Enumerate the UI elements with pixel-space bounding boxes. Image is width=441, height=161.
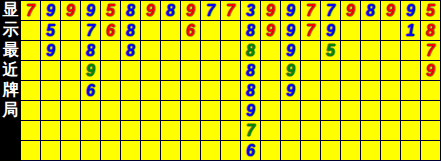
board-cell — [61, 41, 81, 61]
cell-digit: 9 — [286, 22, 295, 40]
board-cell — [421, 81, 441, 101]
board-cell — [341, 41, 361, 61]
board-cell — [261, 41, 281, 61]
cell-digit: 9 — [86, 2, 95, 20]
board-cell — [281, 141, 301, 161]
board-cell — [161, 21, 181, 41]
board-cell: 9 — [41, 41, 61, 61]
board-cell — [121, 81, 141, 101]
cell-digit: 6 — [86, 82, 95, 100]
board-cell: 9 — [281, 61, 301, 81]
board-cell — [261, 141, 281, 161]
history-grid: 7999589897739977989955768689979189888957… — [21, 0, 441, 161]
board-cell — [121, 141, 141, 161]
board-cell: 9 — [281, 21, 301, 41]
cell-digit: 7 — [326, 2, 335, 20]
cell-digit: 9 — [66, 2, 75, 20]
board-cell — [221, 141, 241, 161]
board-cell: 8 — [241, 21, 261, 41]
board-cell — [401, 121, 421, 141]
board-cell — [201, 61, 221, 81]
cell-digit: 9 — [86, 62, 95, 80]
board-cell — [161, 81, 181, 101]
board-cell — [201, 81, 221, 101]
board-cell — [301, 121, 321, 141]
board-cell: 6 — [241, 141, 261, 161]
cell-digit: 5 — [426, 2, 435, 20]
board-cell — [181, 141, 201, 161]
board-cell — [41, 81, 61, 101]
board-cell: 7 — [421, 41, 441, 61]
board-cell: 9 — [281, 81, 301, 101]
board-cell — [341, 61, 361, 81]
cell-digit: 7 — [306, 2, 315, 20]
board-cell — [21, 121, 41, 141]
board-cell — [301, 61, 321, 81]
board-cell — [181, 101, 201, 121]
board-cell: 9 — [341, 1, 361, 21]
board-cell — [181, 61, 201, 81]
cell-digit: 9 — [386, 2, 395, 20]
board-cell — [161, 141, 181, 161]
board-cell — [201, 121, 221, 141]
board-cell: 7 — [201, 1, 221, 21]
board-cell — [181, 81, 201, 101]
board-cell — [321, 121, 341, 141]
board-cell — [161, 41, 181, 61]
board-cell — [201, 141, 221, 161]
board-cell: 6 — [181, 21, 201, 41]
cell-digit: 7 — [246, 122, 255, 140]
board-cell — [141, 121, 161, 141]
board-cell — [21, 141, 41, 161]
board-cell — [201, 41, 221, 61]
board-cell — [121, 101, 141, 121]
cell-digit: 8 — [426, 22, 435, 40]
cell-digit: 6 — [246, 142, 255, 160]
board-cell — [321, 61, 341, 81]
cell-digit: 9 — [266, 2, 275, 20]
cell-digit: 9 — [426, 62, 435, 80]
board-cell: 5 — [421, 1, 441, 21]
board-cell — [201, 21, 221, 41]
cell-digit: 8 — [246, 42, 255, 60]
cell-digit: 9 — [286, 82, 295, 100]
cell-digit: 8 — [86, 42, 95, 60]
board-cell — [161, 121, 181, 141]
board-cell — [101, 61, 121, 81]
board-cell: 6 — [81, 81, 101, 101]
board-cell: 7 — [301, 21, 321, 41]
board-cell — [121, 61, 141, 81]
title-char: 显 — [0, 0, 21, 20]
board-cell — [21, 21, 41, 41]
board-cell — [321, 101, 341, 121]
title-char: 局 — [0, 100, 21, 120]
board-cell — [221, 121, 241, 141]
board-cell — [401, 101, 421, 121]
board-cell — [301, 41, 321, 61]
vertical-title: 显示最近牌局 — [0, 0, 21, 161]
board-cell: 7 — [81, 21, 101, 41]
cell-digit: 7 — [26, 2, 35, 20]
board-cell: 7 — [241, 121, 261, 141]
board-cell: 9 — [281, 41, 301, 61]
board-cell: 9 — [61, 1, 81, 21]
board-cell — [421, 141, 441, 161]
cell-digit: 9 — [326, 22, 335, 40]
board-cell — [381, 61, 401, 81]
board-cell: 7 — [301, 1, 321, 21]
board-cell: 5 — [41, 21, 61, 41]
board-cell — [281, 121, 301, 141]
board-cell: 9 — [261, 21, 281, 41]
board-cell — [221, 21, 241, 41]
cell-digit: 7 — [206, 2, 215, 20]
board-cell: 8 — [121, 21, 141, 41]
board-cell — [221, 81, 241, 101]
board-cell — [341, 21, 361, 41]
board-cell — [301, 141, 321, 161]
board-cell — [161, 101, 181, 121]
board-cell — [401, 61, 421, 81]
board-cell: 8 — [241, 81, 261, 101]
board-cell — [81, 101, 101, 121]
board-cell — [261, 101, 281, 121]
board-cell — [361, 61, 381, 81]
cell-digit: 8 — [366, 2, 375, 20]
board-cell — [221, 41, 241, 61]
board-cell: 8 — [81, 41, 101, 61]
cell-digit: 7 — [226, 2, 235, 20]
board-cell — [141, 101, 161, 121]
cell-digit: 5 — [326, 42, 335, 60]
game-history-panel: 显示最近牌局 799958989773997798995576868997918… — [0, 0, 441, 161]
cell-digit: 8 — [126, 2, 135, 20]
board-cell: 5 — [321, 41, 341, 61]
board-cell — [201, 101, 221, 121]
board-cell: 8 — [121, 41, 141, 61]
cell-digit: 9 — [286, 42, 295, 60]
board-cell — [181, 121, 201, 141]
board-cell — [361, 21, 381, 41]
cell-digit: 5 — [106, 2, 115, 20]
cell-digit: 7 — [426, 42, 435, 60]
board-cell — [261, 121, 281, 141]
board-cell — [81, 141, 101, 161]
board-cell — [381, 141, 401, 161]
board-cell: 9 — [401, 1, 421, 21]
board-cell — [381, 81, 401, 101]
board-cell — [341, 141, 361, 161]
board-cell — [101, 81, 121, 101]
board-cell — [21, 101, 41, 121]
cell-digit: 9 — [46, 42, 55, 60]
cell-digit: 8 — [246, 22, 255, 40]
cell-digit: 9 — [286, 2, 295, 20]
cell-digit: 9 — [266, 22, 275, 40]
board-cell — [321, 141, 341, 161]
board-cell: 8 — [241, 61, 261, 81]
board-cell — [101, 121, 121, 141]
cell-digit: 9 — [346, 2, 355, 20]
board-cell — [381, 41, 401, 61]
board-cell — [361, 101, 381, 121]
cell-digit: 1 — [406, 22, 415, 40]
board-cell — [361, 141, 381, 161]
board-cell: 8 — [161, 1, 181, 21]
cell-digit: 3 — [246, 2, 255, 20]
board-cell — [221, 61, 241, 81]
title-char: 示 — [0, 20, 21, 40]
board-cell — [101, 101, 121, 121]
board-cell — [81, 121, 101, 141]
board-cell — [401, 81, 421, 101]
board-cell — [61, 101, 81, 121]
board-cell — [41, 121, 61, 141]
board-cell: 8 — [121, 1, 141, 21]
cell-digit: 9 — [286, 62, 295, 80]
board-cell — [61, 141, 81, 161]
board-cell — [101, 141, 121, 161]
cell-digit: 7 — [86, 22, 95, 40]
board-cell: 9 — [321, 21, 341, 41]
board-cell — [341, 81, 361, 101]
board-cell — [261, 61, 281, 81]
board-cell — [141, 141, 161, 161]
title-char: 近 — [0, 60, 21, 80]
cell-digit: 8 — [246, 82, 255, 100]
board-cell — [381, 21, 401, 41]
board-cell — [61, 81, 81, 101]
cell-digit: 9 — [186, 2, 195, 20]
cell-digit: 9 — [146, 2, 155, 20]
cell-digit: 8 — [126, 42, 135, 60]
board-cell: 7 — [221, 1, 241, 21]
board-cell: 5 — [101, 1, 121, 21]
board-cell — [421, 121, 441, 141]
board-cell — [221, 101, 241, 121]
board-cell — [401, 141, 421, 161]
board-cell: 8 — [241, 41, 261, 61]
board-cell — [381, 101, 401, 121]
cell-digit: 8 — [126, 22, 135, 40]
board-cell: 9 — [421, 61, 441, 81]
board-cell — [21, 41, 41, 61]
board-cell — [341, 121, 361, 141]
board-cell: 8 — [421, 21, 441, 41]
board-cell — [401, 41, 421, 61]
board-cell — [61, 21, 81, 41]
board-cell — [101, 41, 121, 61]
board-cell: 9 — [241, 101, 261, 121]
cell-digit: 9 — [246, 102, 255, 120]
board-cell — [281, 101, 301, 121]
board-cell — [181, 41, 201, 61]
board-cell: 3 — [241, 1, 261, 21]
board-cell — [41, 61, 61, 81]
board-cell: 9 — [81, 1, 101, 21]
cell-digit: 5 — [46, 22, 55, 40]
board-cell — [61, 121, 81, 141]
board-cell: 9 — [81, 61, 101, 81]
board-cell: 9 — [261, 1, 281, 21]
board-cell: 1 — [401, 21, 421, 41]
board-cell — [121, 121, 141, 141]
board-cell — [21, 81, 41, 101]
cell-digit: 6 — [186, 22, 195, 40]
board-cell — [61, 61, 81, 81]
board-cell — [141, 21, 161, 41]
board-cell — [41, 141, 61, 161]
board-cell: 8 — [361, 1, 381, 21]
cell-digit: 9 — [46, 2, 55, 20]
board-cell: 9 — [141, 1, 161, 21]
board-cell — [141, 81, 161, 101]
board-cell — [361, 81, 381, 101]
board-cell — [421, 101, 441, 121]
board-cell: 9 — [281, 1, 301, 21]
board-cell — [321, 81, 341, 101]
board-cell — [301, 101, 321, 121]
cell-digit: 6 — [106, 22, 115, 40]
cell-digit: 7 — [306, 22, 315, 40]
cell-digit: 9 — [406, 2, 415, 20]
board-cell — [41, 101, 61, 121]
board-cell: 9 — [41, 1, 61, 21]
board-cell — [141, 61, 161, 81]
title-char: 最 — [0, 40, 21, 60]
board-cell — [161, 61, 181, 81]
cell-digit: 8 — [166, 2, 175, 20]
board-cell — [341, 101, 361, 121]
board-cell: 6 — [101, 21, 121, 41]
board-cell — [301, 81, 321, 101]
title-char: 牌 — [0, 80, 21, 100]
board-cell — [261, 81, 281, 101]
board-cell: 7 — [21, 1, 41, 21]
board-cell — [361, 41, 381, 61]
board-cell — [21, 61, 41, 81]
board-cell: 9 — [381, 1, 401, 21]
board-cell — [361, 121, 381, 141]
cell-digit: 8 — [246, 62, 255, 80]
board-cell — [381, 121, 401, 141]
board-cell — [141, 41, 161, 61]
board-cell: 7 — [321, 1, 341, 21]
board-cell: 9 — [181, 1, 201, 21]
